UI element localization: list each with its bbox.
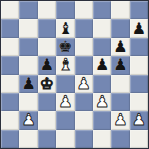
square-e4[interactable]: ♟	[75, 75, 93, 93]
square-e5[interactable]	[75, 56, 93, 74]
square-d1[interactable]	[56, 130, 74, 148]
square-d2[interactable]	[56, 111, 74, 129]
square-e6[interactable]	[75, 38, 93, 56]
white-pawn-f3[interactable]: ♟	[95, 94, 109, 110]
white-pawn-g2[interactable]: ♟	[113, 112, 127, 128]
square-f1[interactable]	[93, 130, 111, 148]
square-h1[interactable]	[130, 130, 148, 148]
square-f7[interactable]	[93, 19, 111, 37]
square-g7[interactable]	[111, 19, 129, 37]
square-b3[interactable]	[19, 93, 37, 111]
white-pawn-e4[interactable]: ♟	[77, 75, 91, 91]
square-h8[interactable]	[130, 1, 148, 19]
black-pawn-b4[interactable]: ♟	[21, 75, 35, 91]
square-a1[interactable]	[1, 130, 19, 148]
white-pawn-h2[interactable]: ♟	[132, 112, 146, 128]
square-d8[interactable]	[56, 1, 74, 19]
square-g5[interactable]: ♟	[111, 56, 129, 74]
square-a7[interactable]	[1, 19, 19, 37]
square-e1[interactable]	[75, 130, 93, 148]
square-c7[interactable]	[38, 19, 56, 37]
square-e8[interactable]	[75, 1, 93, 19]
square-h3[interactable]	[130, 93, 148, 111]
square-c3[interactable]	[38, 93, 56, 111]
chess-board: ♝♟♚♟♟♝♟♟♟♚♟♟♟♟♟♟	[0, 0, 149, 149]
square-c8[interactable]	[38, 1, 56, 19]
square-b6[interactable]	[19, 38, 37, 56]
square-h5[interactable]	[130, 56, 148, 74]
square-h6[interactable]	[130, 38, 148, 56]
square-h2[interactable]: ♟	[130, 111, 148, 129]
square-e3[interactable]	[75, 93, 93, 111]
square-d7[interactable]: ♝	[56, 19, 74, 37]
square-g1[interactable]	[111, 130, 129, 148]
square-c5[interactable]: ♟	[38, 56, 56, 74]
square-f4[interactable]	[93, 75, 111, 93]
square-b1[interactable]	[19, 130, 37, 148]
black-pawn-g6[interactable]: ♟	[113, 38, 127, 54]
black-pawn-g5[interactable]: ♟	[113, 57, 127, 73]
square-b7[interactable]	[19, 19, 37, 37]
square-c4[interactable]: ♚	[38, 75, 56, 93]
square-c1[interactable]	[38, 130, 56, 148]
square-b2[interactable]: ♟	[19, 111, 37, 129]
square-b8[interactable]	[19, 1, 37, 19]
square-a2[interactable]	[1, 111, 19, 129]
square-e7[interactable]	[75, 19, 93, 37]
square-c2[interactable]	[38, 111, 56, 129]
black-king-d6[interactable]: ♚	[58, 38, 72, 54]
square-a5[interactable]	[1, 56, 19, 74]
square-f5[interactable]: ♟	[93, 56, 111, 74]
square-a6[interactable]	[1, 38, 19, 56]
square-d5[interactable]: ♝	[56, 56, 74, 74]
square-f6[interactable]	[93, 38, 111, 56]
white-king-c4[interactable]: ♚	[40, 75, 54, 91]
black-pawn-c5[interactable]: ♟	[40, 57, 54, 73]
square-h7[interactable]: ♟	[130, 19, 148, 37]
square-g4[interactable]	[111, 75, 129, 93]
black-pawn-h7[interactable]: ♟	[132, 20, 146, 36]
square-f8[interactable]	[93, 1, 111, 19]
square-b5[interactable]	[19, 56, 37, 74]
square-a3[interactable]	[1, 93, 19, 111]
square-d4[interactable]	[56, 75, 74, 93]
white-pawn-d3[interactable]: ♟	[58, 94, 72, 110]
square-a4[interactable]	[1, 75, 19, 93]
square-g8[interactable]	[111, 1, 129, 19]
square-f2[interactable]	[93, 111, 111, 129]
square-b4[interactable]: ♟	[19, 75, 37, 93]
black-pawn-f5[interactable]: ♟	[95, 57, 109, 73]
white-bishop-d5[interactable]: ♝	[58, 57, 72, 73]
black-bishop-d7[interactable]: ♝	[58, 20, 72, 36]
square-f3[interactable]: ♟	[93, 93, 111, 111]
square-d3[interactable]: ♟	[56, 93, 74, 111]
square-g2[interactable]: ♟	[111, 111, 129, 129]
square-a8[interactable]	[1, 1, 19, 19]
square-c6[interactable]	[38, 38, 56, 56]
square-h4[interactable]	[130, 75, 148, 93]
square-g3[interactable]	[111, 93, 129, 111]
white-pawn-b2[interactable]: ♟	[21, 112, 35, 128]
square-d6[interactable]: ♚	[56, 38, 74, 56]
square-g6[interactable]: ♟	[111, 38, 129, 56]
square-e2[interactable]	[75, 111, 93, 129]
